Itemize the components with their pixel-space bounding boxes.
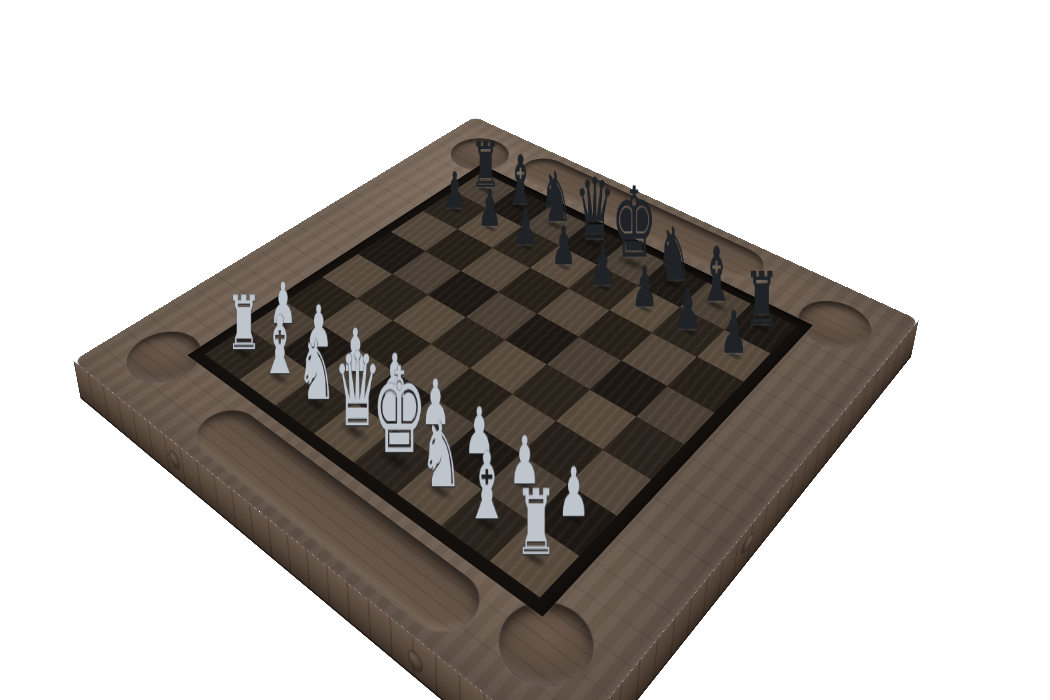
staple-detail-icon xyxy=(741,530,755,556)
scene: ♜♝♞♛♚♞♝♜♟♟♟♟♟♟♟♟♟♟♟♟♟♟♟♟♜♝♞♛♚♞♝♜ xyxy=(0,0,1050,700)
staple-detail-icon xyxy=(169,448,181,472)
product-photo-stage: ♜♝♞♛♚♞♝♜♟♟♟♟♟♟♟♟♟♟♟♟♟♟♟♟♜♝♞♛♚♞♝♜ xyxy=(0,0,1050,700)
staple-detail-icon xyxy=(408,647,422,675)
white-rook-glyph: ♜ xyxy=(492,478,580,568)
black-pawn-glyph: ♟ xyxy=(697,304,770,362)
chess-board: ♜♝♞♛♚♞♝♜♟♟♟♟♟♟♟♟♟♟♟♟♟♟♟♟♜♝♞♛♚♞♝♜ xyxy=(205,172,797,598)
chess-table: ♜♝♞♛♚♞♝♜♟♟♟♟♟♟♟♟♟♟♟♟♟♟♟♟♜♝♞♛♚♞♝♜ xyxy=(73,117,918,700)
cup-recess-left-corner xyxy=(111,322,216,394)
tabletop: ♜♝♞♛♚♞♝♜♟♟♟♟♟♟♟♟♟♟♟♟♟♟♟♟♜♝♞♛♚♞♝♜ xyxy=(73,117,918,700)
